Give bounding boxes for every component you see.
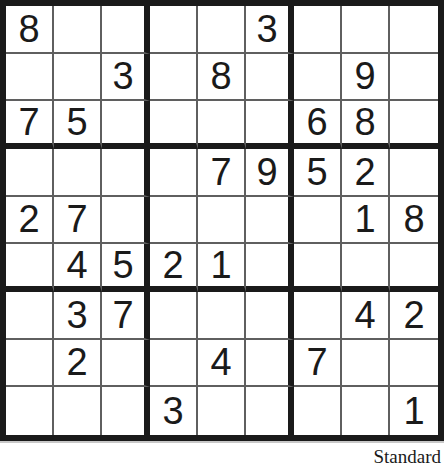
cell-r6c1[interactable]: [6, 244, 54, 292]
cell-r6c8[interactable]: [342, 244, 390, 292]
cell-r4c5[interactable]: 7: [198, 149, 246, 197]
cell-r7c9[interactable]: 2: [390, 292, 438, 340]
puzzle-type-label: Standard: [0, 446, 444, 468]
cell-r4c9[interactable]: [390, 149, 438, 197]
cell-r1c3[interactable]: [102, 6, 150, 54]
cell-r9c8[interactable]: [342, 387, 390, 435]
cell-r5c1[interactable]: 2: [6, 197, 54, 245]
cell-r7c3[interactable]: 7: [102, 292, 150, 340]
cell-r5c8[interactable]: 1: [342, 197, 390, 245]
cell-r1c5[interactable]: [198, 6, 246, 54]
cell-r3c9[interactable]: [390, 101, 438, 149]
cell-r7c1[interactable]: [6, 292, 54, 340]
cell-r6c9[interactable]: [390, 244, 438, 292]
cell-r2c3[interactable]: 3: [102, 54, 150, 102]
cell-r2c6[interactable]: [246, 54, 294, 102]
cell-r6c3[interactable]: 5: [102, 244, 150, 292]
cell-r8c5[interactable]: 4: [198, 340, 246, 388]
cell-r8c4[interactable]: [150, 340, 198, 388]
cell-r3c3[interactable]: [102, 101, 150, 149]
cell-r3c5[interactable]: [198, 101, 246, 149]
cell-r9c4[interactable]: 3: [150, 387, 198, 435]
cell-r5c5[interactable]: [198, 197, 246, 245]
cell-r2c7[interactable]: [294, 54, 342, 102]
cell-r8c1[interactable]: [6, 340, 54, 388]
cell-r2c8[interactable]: 9: [342, 54, 390, 102]
cell-r3c8[interactable]: 8: [342, 101, 390, 149]
cell-r2c2[interactable]: [54, 54, 102, 102]
cell-r6c4[interactable]: 2: [150, 244, 198, 292]
cell-r2c5[interactable]: 8: [198, 54, 246, 102]
cell-r3c4[interactable]: [150, 101, 198, 149]
cell-r9c9[interactable]: 1: [390, 387, 438, 435]
cell-r5c3[interactable]: [102, 197, 150, 245]
cell-r1c2[interactable]: [54, 6, 102, 54]
cell-r9c5[interactable]: [198, 387, 246, 435]
cell-r3c2[interactable]: 5: [54, 101, 102, 149]
cell-r4c7[interactable]: 5: [294, 149, 342, 197]
cell-r4c4[interactable]: [150, 149, 198, 197]
cell-r8c3[interactable]: [102, 340, 150, 388]
cell-r6c6[interactable]: [246, 244, 294, 292]
cell-r6c5[interactable]: 1: [198, 244, 246, 292]
cell-r8c8[interactable]: [342, 340, 390, 388]
cell-r9c1[interactable]: [6, 387, 54, 435]
cell-r6c7[interactable]: [294, 244, 342, 292]
cell-r4c2[interactable]: [54, 149, 102, 197]
cell-r1c1[interactable]: 8: [6, 6, 54, 54]
cell-r2c4[interactable]: [150, 54, 198, 102]
cell-r7c8[interactable]: 4: [342, 292, 390, 340]
cell-r1c8[interactable]: [342, 6, 390, 54]
sudoku-board: 833897568795227184521374224731: [0, 0, 444, 441]
cell-r2c1[interactable]: [6, 54, 54, 102]
cell-r4c1[interactable]: [6, 149, 54, 197]
cell-r7c4[interactable]: [150, 292, 198, 340]
cell-r8c2[interactable]: 2: [54, 340, 102, 388]
cell-r3c6[interactable]: [246, 101, 294, 149]
cell-r5c2[interactable]: 7: [54, 197, 102, 245]
cell-r7c5[interactable]: [198, 292, 246, 340]
cell-r8c9[interactable]: [390, 340, 438, 388]
cell-r9c7[interactable]: [294, 387, 342, 435]
cell-r9c3[interactable]: [102, 387, 150, 435]
cell-r4c3[interactable]: [102, 149, 150, 197]
cell-r6c2[interactable]: 4: [54, 244, 102, 292]
cell-r9c6[interactable]: [246, 387, 294, 435]
cell-r2c9[interactable]: [390, 54, 438, 102]
cell-r8c6[interactable]: [246, 340, 294, 388]
cell-r1c9[interactable]: [390, 6, 438, 54]
cell-r5c9[interactable]: 8: [390, 197, 438, 245]
cell-r3c1[interactable]: 7: [6, 101, 54, 149]
cell-r7c7[interactable]: [294, 292, 342, 340]
cell-r1c4[interactable]: [150, 6, 198, 54]
cell-r5c7[interactable]: [294, 197, 342, 245]
cell-r4c6[interactable]: 9: [246, 149, 294, 197]
cell-r7c2[interactable]: 3: [54, 292, 102, 340]
cell-r3c7[interactable]: 6: [294, 101, 342, 149]
sudoku-puzzle-page: 833897568795227184521374224731 Standard: [0, 0, 444, 470]
cell-r1c6[interactable]: 3: [246, 6, 294, 54]
cell-r7c6[interactable]: [246, 292, 294, 340]
cell-r1c7[interactable]: [294, 6, 342, 54]
cell-r9c2[interactable]: [54, 387, 102, 435]
cell-r8c7[interactable]: 7: [294, 340, 342, 388]
cell-r5c4[interactable]: [150, 197, 198, 245]
cell-r4c8[interactable]: 2: [342, 149, 390, 197]
cell-r5c6[interactable]: [246, 197, 294, 245]
